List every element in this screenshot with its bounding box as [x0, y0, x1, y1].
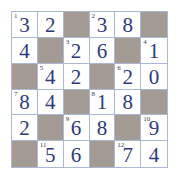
grid-cell-r6c5[interactable]: 127: [115, 141, 141, 167]
grid-cell-r3c5[interactable]: 62: [115, 64, 141, 90]
cell-digit: 4: [45, 90, 56, 113]
grid-cell-r4c2[interactable]: 4: [38, 90, 64, 116]
clue-number: 10: [143, 115, 150, 123]
blocked-cell-r5c5: [115, 115, 141, 141]
cell-digit: 4: [19, 39, 30, 62]
puzzle-board: 132238432641542620784818296810911561274: [11, 11, 168, 168]
blocked-cell-r1c3: [64, 12, 90, 38]
grid-cell-r4c1[interactable]: 78: [12, 90, 38, 116]
cell-digit: 3: [19, 13, 30, 36]
grid-cell-r1c5[interactable]: 8: [115, 12, 141, 38]
grid-cell-r1c2[interactable]: 2: [38, 12, 64, 38]
clue-number: 8: [92, 90, 96, 98]
cell-digit: 8: [97, 116, 108, 139]
clue-number: 11: [40, 141, 47, 149]
clue-number: 6: [117, 64, 121, 72]
grid-cell-r5c3[interactable]: 96: [64, 115, 90, 141]
blocked-cell-r3c1: [12, 64, 38, 90]
cell-digit: 8: [122, 13, 133, 36]
grid-cell-r6c6[interactable]: 4: [141, 141, 167, 167]
blocked-cell-r6c4: [90, 141, 116, 167]
grid-cell-r3c3[interactable]: 2: [64, 64, 90, 90]
cell-digit: 0: [149, 65, 160, 88]
grid-cell-r2c1[interactable]: 4: [12, 38, 38, 64]
grid-cell-r4c4[interactable]: 81: [90, 90, 116, 116]
blocked-cell-r5c2: [38, 115, 64, 141]
cell-digit: 1: [97, 90, 108, 113]
cell-digit: 8: [19, 90, 30, 113]
blocked-cell-r3c4: [90, 64, 116, 90]
clue-number: 7: [14, 90, 18, 98]
cell-digit: 1: [149, 39, 160, 62]
cell-digit: 2: [71, 39, 82, 62]
clue-number: 4: [143, 38, 147, 46]
clue-number: 3: [66, 38, 70, 46]
cell-digit: 9: [149, 116, 160, 139]
grid-cell-r1c1[interactable]: 13: [12, 12, 38, 38]
cell-digit: 4: [149, 143, 160, 166]
grid-cell-r3c6[interactable]: 0: [141, 64, 167, 90]
clue-number: 2: [92, 12, 96, 20]
cell-digit: 6: [97, 39, 108, 62]
grid-cell-r5c1[interactable]: 2: [12, 115, 38, 141]
cell-digit: 2: [122, 65, 133, 88]
blocked-cell-r1c6: [141, 12, 167, 38]
blocked-cell-r2c2: [38, 38, 64, 64]
grid-cell-r6c2[interactable]: 115: [38, 141, 64, 167]
grid-cell-r4c5[interactable]: 8: [115, 90, 141, 116]
clue-number: 5: [40, 64, 44, 72]
grid-cell-r6c3[interactable]: 6: [64, 141, 90, 167]
blocked-cell-r6c1: [12, 141, 38, 167]
grid-cell-r1c4[interactable]: 23: [90, 12, 116, 38]
cell-digit: 6: [71, 143, 82, 166]
cell-digit: 6: [71, 116, 82, 139]
grid-cell-r3c2[interactable]: 54: [38, 64, 64, 90]
grid-cell-r5c6[interactable]: 109: [141, 115, 167, 141]
cell-digit: 2: [19, 116, 30, 139]
grid-cell-r2c3[interactable]: 32: [64, 38, 90, 64]
clue-number: 1: [14, 12, 18, 20]
blocked-cell-r4c6: [141, 90, 167, 116]
cell-digit: 2: [45, 13, 56, 36]
blocked-cell-r4c3: [64, 90, 90, 116]
clue-number: 12: [117, 141, 124, 149]
blocked-cell-r2c5: [115, 38, 141, 64]
cell-digit: 8: [122, 90, 133, 113]
grid-cell-r5c4[interactable]: 8: [90, 115, 116, 141]
cell-digit: 3: [97, 13, 108, 36]
cell-digit: 4: [45, 65, 56, 88]
clue-number: 9: [66, 115, 70, 123]
grid-cell-r2c6[interactable]: 41: [141, 38, 167, 64]
cell-digit: 2: [71, 65, 82, 88]
grid-cell-r2c4[interactable]: 6: [90, 38, 116, 64]
